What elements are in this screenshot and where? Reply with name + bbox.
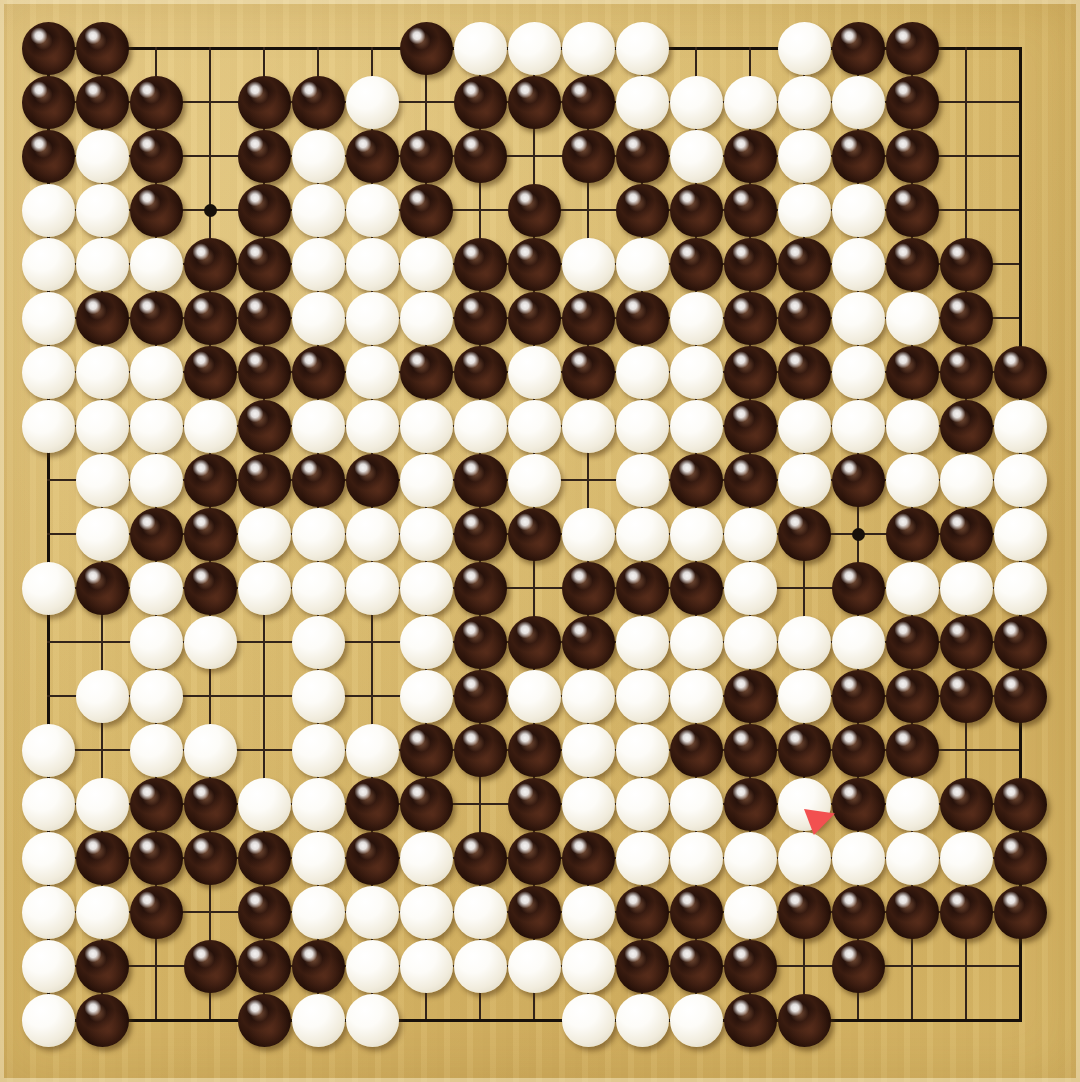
black-stone: [22, 22, 75, 75]
black-stone: [76, 292, 129, 345]
black-stone: [76, 994, 129, 1047]
white-stone: [670, 292, 723, 345]
black-stone: [184, 562, 237, 615]
black-stone: [832, 940, 885, 993]
black-stone: [778, 346, 831, 399]
black-stone: [886, 670, 939, 723]
black-stone: [886, 76, 939, 129]
black-stone: [778, 238, 831, 291]
black-stone: [724, 400, 777, 453]
white-stone: [292, 562, 345, 615]
white-stone: [292, 778, 345, 831]
white-stone: [22, 400, 75, 453]
black-stone: [670, 238, 723, 291]
black-stone: [778, 292, 831, 345]
white-stone: [616, 238, 669, 291]
black-stone: [238, 184, 291, 237]
black-stone: [616, 184, 669, 237]
white-stone: [562, 940, 615, 993]
black-stone: [508, 76, 561, 129]
white-stone: [562, 994, 615, 1047]
white-stone: [292, 724, 345, 777]
white-stone: [454, 940, 507, 993]
white-stone: [346, 940, 399, 993]
white-stone: [130, 670, 183, 723]
white-stone: [616, 778, 669, 831]
white-stone: [562, 670, 615, 723]
white-stone: [22, 832, 75, 885]
white-stone: [724, 76, 777, 129]
white-stone: [616, 616, 669, 669]
black-stone: [508, 832, 561, 885]
white-stone: [76, 130, 129, 183]
black-stone: [616, 130, 669, 183]
white-stone: [130, 562, 183, 615]
white-stone: [832, 184, 885, 237]
black-stone: [184, 778, 237, 831]
white-stone: [670, 778, 723, 831]
black-stone: [994, 346, 1047, 399]
black-stone: [616, 940, 669, 993]
black-stone: [670, 940, 723, 993]
white-stone: [994, 400, 1047, 453]
white-stone: [292, 508, 345, 561]
black-stone: [940, 400, 993, 453]
white-stone: [616, 670, 669, 723]
white-stone: [778, 130, 831, 183]
black-stone: [130, 778, 183, 831]
star-point: [852, 528, 865, 541]
black-stone: [76, 940, 129, 993]
black-stone: [562, 76, 615, 129]
white-stone: [886, 400, 939, 453]
black-stone: [994, 832, 1047, 885]
white-stone: [238, 562, 291, 615]
black-stone: [184, 508, 237, 561]
white-stone: [670, 76, 723, 129]
black-stone: [994, 778, 1047, 831]
black-stone: [724, 238, 777, 291]
white-stone: [22, 994, 75, 1047]
white-stone: [994, 508, 1047, 561]
white-stone: [76, 508, 129, 561]
black-stone: [292, 76, 345, 129]
black-stone: [454, 670, 507, 723]
black-stone: [994, 670, 1047, 723]
black-stone: [724, 454, 777, 507]
white-stone: [130, 238, 183, 291]
white-stone: [400, 886, 453, 939]
black-stone: [454, 724, 507, 777]
white-stone: [238, 778, 291, 831]
black-stone: [508, 886, 561, 939]
white-stone: [886, 832, 939, 885]
black-stone: [832, 886, 885, 939]
black-stone: [130, 130, 183, 183]
white-stone: [22, 940, 75, 993]
black-stone: [724, 778, 777, 831]
black-stone: [724, 184, 777, 237]
black-stone: [292, 940, 345, 993]
black-stone: [940, 616, 993, 669]
black-stone: [616, 292, 669, 345]
black-stone: [886, 22, 939, 75]
white-stone: [346, 238, 399, 291]
white-stone: [778, 670, 831, 723]
black-stone: [832, 130, 885, 183]
white-stone: [346, 508, 399, 561]
black-stone: [238, 454, 291, 507]
white-stone: [562, 508, 615, 561]
white-stone: [562, 724, 615, 777]
white-stone: [76, 400, 129, 453]
black-stone: [886, 724, 939, 777]
black-stone: [76, 832, 129, 885]
white-stone: [22, 724, 75, 777]
white-stone: [778, 832, 831, 885]
white-stone: [724, 832, 777, 885]
white-stone: [346, 346, 399, 399]
black-stone: [886, 886, 939, 939]
black-stone: [130, 508, 183, 561]
black-stone: [886, 184, 939, 237]
black-stone: [346, 130, 399, 183]
white-stone: [562, 778, 615, 831]
white-stone: [22, 778, 75, 831]
black-stone: [508, 238, 561, 291]
white-stone: [346, 886, 399, 939]
white-stone: [346, 184, 399, 237]
black-stone: [184, 346, 237, 399]
black-stone: [724, 130, 777, 183]
black-stone: [562, 832, 615, 885]
black-stone: [454, 562, 507, 615]
white-stone: [292, 400, 345, 453]
white-stone: [994, 562, 1047, 615]
black-stone: [130, 832, 183, 885]
white-stone: [886, 454, 939, 507]
black-stone: [400, 778, 453, 831]
white-stone: [616, 454, 669, 507]
white-stone: [670, 130, 723, 183]
white-stone: [292, 832, 345, 885]
white-stone: [292, 292, 345, 345]
white-stone: [886, 778, 939, 831]
black-stone: [130, 184, 183, 237]
black-stone: [238, 292, 291, 345]
white-stone: [778, 76, 831, 129]
black-stone: [670, 454, 723, 507]
black-stone: [130, 76, 183, 129]
black-stone: [346, 832, 399, 885]
white-stone: [508, 400, 561, 453]
black-stone: [508, 724, 561, 777]
white-stone: [454, 400, 507, 453]
white-stone: [886, 562, 939, 615]
white-stone: [616, 22, 669, 75]
black-stone: [508, 184, 561, 237]
black-stone: [238, 886, 291, 939]
white-stone: [346, 994, 399, 1047]
white-stone: [76, 670, 129, 723]
black-stone: [238, 238, 291, 291]
white-stone: [778, 400, 831, 453]
white-stone: [22, 292, 75, 345]
white-stone: [346, 76, 399, 129]
white-stone: [130, 724, 183, 777]
black-stone: [940, 292, 993, 345]
black-stone: [940, 238, 993, 291]
black-stone: [724, 670, 777, 723]
black-stone: [886, 346, 939, 399]
white-stone: [184, 400, 237, 453]
black-stone: [238, 994, 291, 1047]
black-stone: [76, 76, 129, 129]
white-stone: [184, 724, 237, 777]
black-stone: [184, 292, 237, 345]
white-stone: [400, 832, 453, 885]
black-stone: [724, 292, 777, 345]
white-stone: [292, 130, 345, 183]
white-stone: [670, 994, 723, 1047]
white-stone: [724, 616, 777, 669]
white-stone: [562, 22, 615, 75]
white-stone: [346, 562, 399, 615]
white-stone: [940, 454, 993, 507]
black-stone: [940, 346, 993, 399]
white-stone: [292, 184, 345, 237]
white-stone: [76, 778, 129, 831]
white-stone: [994, 454, 1047, 507]
black-stone: [832, 562, 885, 615]
white-stone: [724, 508, 777, 561]
black-stone: [76, 562, 129, 615]
black-stone: [22, 130, 75, 183]
go-board[interactable]: [0, 0, 1080, 1082]
black-stone: [562, 292, 615, 345]
black-stone: [724, 724, 777, 777]
black-stone: [994, 616, 1047, 669]
white-stone: [616, 508, 669, 561]
white-stone: [22, 346, 75, 399]
white-stone: [292, 994, 345, 1047]
black-stone: [454, 76, 507, 129]
black-stone: [724, 940, 777, 993]
black-stone: [832, 724, 885, 777]
white-stone: [778, 616, 831, 669]
white-stone: [832, 76, 885, 129]
black-stone: [454, 346, 507, 399]
white-stone: [832, 400, 885, 453]
black-stone: [238, 130, 291, 183]
white-stone: [130, 616, 183, 669]
white-stone: [454, 886, 507, 939]
black-stone: [184, 940, 237, 993]
white-stone: [562, 238, 615, 291]
black-stone: [832, 454, 885, 507]
black-stone: [130, 886, 183, 939]
black-stone: [454, 832, 507, 885]
white-stone: [76, 184, 129, 237]
black-stone: [238, 76, 291, 129]
black-stone: [238, 346, 291, 399]
black-stone: [562, 130, 615, 183]
white-stone: [130, 400, 183, 453]
white-stone: [454, 22, 507, 75]
white-stone: [616, 994, 669, 1047]
star-point: [204, 204, 217, 217]
black-stone: [886, 616, 939, 669]
white-stone: [508, 454, 561, 507]
black-stone: [670, 184, 723, 237]
white-stone: [670, 670, 723, 723]
white-stone: [292, 670, 345, 723]
white-stone: [400, 562, 453, 615]
white-stone: [292, 886, 345, 939]
black-stone: [508, 508, 561, 561]
white-stone: [616, 346, 669, 399]
white-stone: [670, 508, 723, 561]
white-stone: [670, 832, 723, 885]
white-stone: [940, 562, 993, 615]
black-stone: [616, 562, 669, 615]
black-stone: [400, 22, 453, 75]
black-stone: [670, 886, 723, 939]
black-stone: [832, 778, 885, 831]
white-stone: [508, 670, 561, 723]
white-stone: [832, 616, 885, 669]
white-stone: [508, 22, 561, 75]
white-stone: [346, 400, 399, 453]
white-stone: [778, 454, 831, 507]
black-stone: [994, 886, 1047, 939]
black-stone: [778, 508, 831, 561]
black-stone: [778, 994, 831, 1047]
white-stone: [130, 454, 183, 507]
black-stone: [562, 562, 615, 615]
white-stone: [508, 940, 561, 993]
black-stone: [184, 454, 237, 507]
black-stone: [508, 292, 561, 345]
black-stone: [346, 778, 399, 831]
white-stone: [832, 346, 885, 399]
white-stone: [22, 886, 75, 939]
black-stone: [400, 130, 453, 183]
white-stone: [292, 616, 345, 669]
black-stone: [454, 130, 507, 183]
black-stone: [940, 778, 993, 831]
white-stone: [346, 724, 399, 777]
black-stone: [454, 454, 507, 507]
white-stone: [724, 562, 777, 615]
black-stone: [940, 508, 993, 561]
white-stone: [616, 76, 669, 129]
white-stone: [22, 238, 75, 291]
white-stone: [400, 616, 453, 669]
black-stone: [616, 886, 669, 939]
black-stone: [454, 292, 507, 345]
black-stone: [454, 616, 507, 669]
white-stone: [400, 508, 453, 561]
black-stone: [454, 238, 507, 291]
black-stone: [184, 238, 237, 291]
black-stone: [886, 508, 939, 561]
white-stone: [130, 346, 183, 399]
black-stone: [778, 724, 831, 777]
black-stone: [238, 832, 291, 885]
black-stone: [724, 346, 777, 399]
white-stone: [400, 292, 453, 345]
black-stone: [508, 616, 561, 669]
black-stone: [940, 886, 993, 939]
black-stone: [562, 346, 615, 399]
white-stone: [22, 562, 75, 615]
white-stone: [616, 832, 669, 885]
white-stone: [670, 346, 723, 399]
white-stone: [400, 238, 453, 291]
white-stone: [292, 238, 345, 291]
white-stone: [400, 940, 453, 993]
white-stone: [76, 346, 129, 399]
black-stone: [130, 292, 183, 345]
black-stone: [940, 670, 993, 723]
black-stone: [832, 670, 885, 723]
black-stone: [670, 562, 723, 615]
white-stone: [886, 292, 939, 345]
white-stone: [616, 724, 669, 777]
white-stone: [832, 832, 885, 885]
black-stone: [670, 724, 723, 777]
white-stone: [184, 616, 237, 669]
black-stone: [454, 508, 507, 561]
black-stone: [778, 886, 831, 939]
white-stone: [940, 832, 993, 885]
white-stone: [670, 400, 723, 453]
black-stone: [22, 76, 75, 129]
white-stone: [400, 670, 453, 723]
black-stone: [886, 130, 939, 183]
black-stone: [292, 346, 345, 399]
black-stone: [292, 454, 345, 507]
black-stone: [184, 832, 237, 885]
black-stone: [400, 346, 453, 399]
white-stone: [76, 238, 129, 291]
black-stone: [400, 184, 453, 237]
grid-line-horizontal: [47, 1019, 1022, 1022]
white-stone: [562, 886, 615, 939]
white-stone: [346, 292, 399, 345]
white-stone: [616, 400, 669, 453]
black-stone: [508, 778, 561, 831]
black-stone: [76, 22, 129, 75]
black-stone: [238, 940, 291, 993]
white-stone: [562, 400, 615, 453]
white-stone: [508, 346, 561, 399]
white-stone: [22, 184, 75, 237]
white-stone: [400, 400, 453, 453]
black-stone: [832, 22, 885, 75]
white-stone: [76, 886, 129, 939]
white-stone: [778, 184, 831, 237]
black-stone: [724, 994, 777, 1047]
black-stone: [886, 238, 939, 291]
black-stone: [238, 400, 291, 453]
white-stone: [238, 508, 291, 561]
black-stone: [400, 724, 453, 777]
white-stone: [778, 22, 831, 75]
black-stone: [346, 454, 399, 507]
white-stone: [400, 454, 453, 507]
